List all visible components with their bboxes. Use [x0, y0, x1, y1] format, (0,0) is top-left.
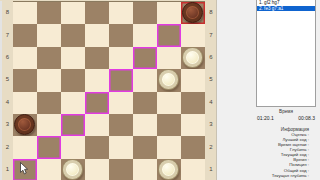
square-a4[interactable] — [13, 92, 37, 114]
square-c2[interactable] — [61, 136, 85, 158]
square-f7[interactable] — [133, 24, 157, 46]
info-row-9: Текущая глубина : — [217, 173, 309, 178]
square-c5[interactable] — [61, 69, 85, 91]
square-e3[interactable] — [109, 114, 133, 136]
square-d5[interactable] — [85, 69, 109, 91]
square-e2[interactable] — [109, 136, 133, 158]
square-a2[interactable] — [13, 136, 37, 158]
square-f5[interactable] — [133, 69, 157, 91]
square-a1[interactable] — [13, 159, 37, 180]
black-piece-h8[interactable] — [182, 2, 203, 23]
move-list-item-2[interactable]: 2. fe3 g7:a1 — [257, 6, 315, 12]
draughts-board[interactable] — [13, 1, 205, 180]
square-a6[interactable] — [13, 47, 37, 69]
square-e6[interactable] — [109, 47, 133, 69]
rank-label-3: 3 — [205, 113, 217, 135]
square-f3[interactable] — [133, 114, 157, 136]
white-piece-g5[interactable] — [158, 69, 179, 90]
square-b5[interactable] — [37, 69, 61, 91]
rank-label-7: 7 — [205, 23, 217, 45]
square-b3[interactable] — [37, 114, 61, 136]
square-h1[interactable] — [181, 159, 205, 180]
square-c4[interactable] — [61, 92, 85, 114]
rank-label-7: 7 — [2, 23, 13, 45]
square-b7[interactable] — [37, 24, 61, 46]
square-g7[interactable] — [157, 24, 181, 46]
rank-label-5: 5 — [2, 68, 13, 90]
black-piece-a3[interactable] — [14, 114, 35, 135]
square-d7[interactable] — [85, 24, 109, 46]
white-piece-g1[interactable] — [158, 159, 179, 180]
square-g2[interactable] — [157, 136, 181, 158]
square-d2[interactable] — [85, 136, 109, 158]
square-e4[interactable] — [109, 92, 133, 114]
square-d4[interactable] — [85, 92, 109, 114]
checkers-app-window: 87654321 87654321 1. gf2 hg72. fe3 g7:a1… — [0, 0, 320, 180]
square-h5[interactable] — [181, 69, 205, 91]
square-f1[interactable] — [133, 159, 157, 180]
rank-label-4: 4 — [2, 91, 13, 113]
rank-labels-left: 87654321 — [0, 1, 13, 180]
square-f8[interactable] — [133, 2, 157, 24]
right-clock-value: 00:08.3 — [298, 115, 315, 121]
rank-label-1: 1 — [205, 158, 217, 180]
rank-label-6: 6 — [205, 46, 217, 68]
square-g6[interactable] — [157, 47, 181, 69]
square-b6[interactable] — [37, 47, 61, 69]
info-block: Информация Оценка :Лучший ход :Время оце… — [217, 127, 309, 178]
square-g3[interactable] — [157, 114, 181, 136]
rank-label-4: 4 — [205, 91, 217, 113]
square-a7[interactable] — [13, 24, 37, 46]
square-f4[interactable] — [133, 92, 157, 114]
square-c1[interactable] — [61, 159, 85, 180]
square-h3[interactable] — [181, 114, 205, 136]
square-h7[interactable] — [181, 24, 205, 46]
square-d8[interactable] — [85, 2, 109, 24]
square-h6[interactable] — [181, 47, 205, 69]
square-a8[interactable] — [13, 2, 37, 24]
square-c8[interactable] — [61, 2, 85, 24]
rank-label-8: 8 — [2, 1, 13, 23]
square-g1[interactable] — [157, 159, 181, 180]
move-list[interactable]: 1. gf2 hg72. fe3 g7:a1 — [256, 0, 316, 107]
square-e5[interactable] — [109, 69, 133, 91]
rank-label-6: 6 — [2, 46, 13, 68]
rank-label-5: 5 — [205, 68, 217, 90]
square-f6[interactable] — [133, 47, 157, 69]
side-panel: 1. gf2 hg72. fe3 g7:a1 Время 01:20.1 00:… — [217, 0, 320, 180]
square-h2[interactable] — [181, 136, 205, 158]
rank-label-3: 3 — [2, 113, 13, 135]
square-a3[interactable] — [13, 114, 37, 136]
square-g5[interactable] — [157, 69, 181, 91]
square-b1[interactable] — [37, 159, 61, 180]
white-piece-c1[interactable] — [62, 159, 83, 180]
square-a5[interactable] — [13, 69, 37, 91]
square-b8[interactable] — [37, 2, 61, 24]
square-d3[interactable] — [85, 114, 109, 136]
square-e7[interactable] — [109, 24, 133, 46]
square-e8[interactable] — [109, 2, 133, 24]
rank-label-1: 1 — [2, 158, 13, 180]
square-f2[interactable] — [133, 136, 157, 158]
square-h4[interactable] — [181, 92, 205, 114]
rank-label-2: 2 — [205, 135, 217, 157]
rank-label-8: 8 — [205, 1, 217, 23]
square-d6[interactable] — [85, 47, 109, 69]
square-c3[interactable] — [61, 114, 85, 136]
rank-labels-right: 87654321 — [205, 1, 217, 180]
square-b4[interactable] — [37, 92, 61, 114]
left-clock-value: 01:20.1 — [257, 115, 274, 121]
rank-label-2: 2 — [2, 135, 13, 157]
square-c6[interactable] — [61, 47, 85, 69]
clock-block: Время 01:20.1 00:08.3 — [256, 109, 316, 121]
square-e1[interactable] — [109, 159, 133, 180]
square-d1[interactable] — [85, 159, 109, 180]
square-g8[interactable] — [157, 2, 181, 24]
board-area: 87654321 87654321 — [0, 0, 217, 180]
square-h8[interactable] — [181, 2, 205, 24]
square-g4[interactable] — [157, 92, 181, 114]
mouse-cursor-icon — [20, 162, 29, 175]
square-c7[interactable] — [61, 24, 85, 46]
white-piece-h6[interactable] — [182, 47, 203, 68]
square-b2[interactable] — [37, 136, 61, 158]
